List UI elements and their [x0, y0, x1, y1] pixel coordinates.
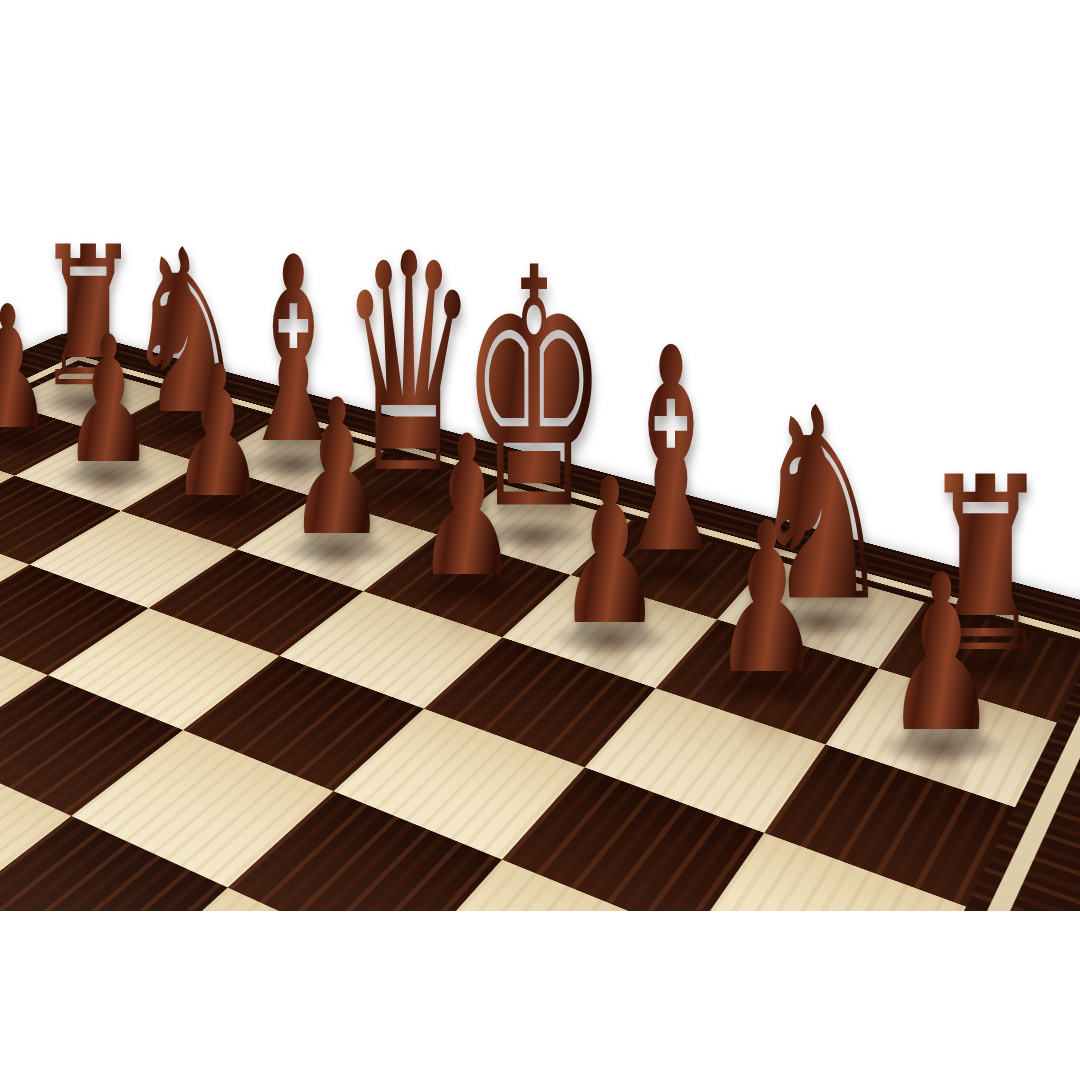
- chess-board: [0, 330, 1080, 911]
- product-photo: ♜♞♝♛♚♝♞♜♟♟♟♟♟♟♟♟: [0, 0, 1080, 1080]
- photo-band: ♜♞♝♛♚♝♞♜♟♟♟♟♟♟♟♟: [0, 0, 1080, 911]
- board-squares: [0, 366, 1080, 911]
